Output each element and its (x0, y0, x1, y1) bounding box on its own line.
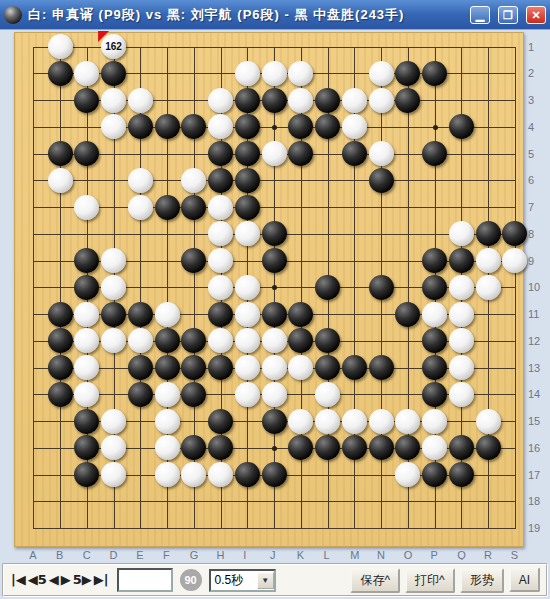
black-stone-P14 (422, 382, 447, 407)
row-label-7: 7 (528, 201, 534, 213)
window-title: 白: 申真谞 (P9段) vs 黑: 刘宇航 (P6段) - 黑 中盘胜(243… (28, 6, 462, 24)
white-stone-Q10 (449, 275, 474, 300)
black-stone-E4 (128, 114, 153, 139)
black-stone-N13 (369, 355, 394, 380)
black-stone-G13 (181, 355, 206, 380)
white-stone-C14 (74, 382, 99, 407)
replay-controls-inner: |◀◀5◀▶5▶▶| 90 0.5秒 ▼ 保存^打印^形势AI (2, 563, 548, 597)
black-stone-H15 (208, 409, 233, 434)
white-stone-H8 (208, 221, 233, 246)
white-stone-M4 (342, 114, 367, 139)
white-stone-D4 (101, 114, 126, 139)
speed-value: 0.5秒 (211, 572, 257, 589)
black-stone-H11 (208, 302, 233, 327)
black-stone-G16 (181, 435, 206, 460)
white-stone-K3 (288, 88, 313, 113)
black-stone-G14 (181, 382, 206, 407)
white-stone-I12 (235, 328, 260, 353)
black-stone-I6 (235, 168, 260, 193)
white-stone-P11 (422, 302, 447, 327)
white-stone-L14 (315, 382, 340, 407)
black-stone-H6 (208, 168, 233, 193)
black-stone-P12 (422, 328, 447, 353)
replay-controls: |◀◀5◀▶5▶▶| 90 0.5秒 ▼ 保存^打印^形势AI (0, 560, 550, 599)
white-stone-I2 (235, 61, 260, 86)
white-stone-D3 (101, 88, 126, 113)
action-button-group: 保存^打印^形势AI (345, 567, 540, 593)
white-stone-M15 (342, 409, 367, 434)
titlebar: 白: 申真谞 (P9段) vs 黑: 刘宇航 (P6段) - 黑 中盘胜(243… (0, 0, 550, 29)
black-stone-M16 (342, 435, 367, 460)
black-stone-M5 (342, 141, 367, 166)
black-stone-C9 (74, 248, 99, 273)
white-stone-Q12 (449, 328, 474, 353)
black-stone-L16 (315, 435, 340, 460)
black-stone-G12 (181, 328, 206, 353)
black-stone-D11 (101, 302, 126, 327)
black-stone-Q16 (449, 435, 474, 460)
white-stone-J2 (262, 61, 287, 86)
white-stone-K15 (288, 409, 313, 434)
white-stone-F17 (155, 462, 180, 487)
black-stone-I3 (235, 88, 260, 113)
black-stone-F12 (155, 328, 180, 353)
white-stone-K2 (288, 61, 313, 86)
white-stone-Q8 (449, 221, 474, 246)
white-stone-H10 (208, 275, 233, 300)
black-stone-D2 (101, 61, 126, 86)
white-stone-D9 (101, 248, 126, 273)
black-stone-H16 (208, 435, 233, 460)
row-label-6: 6 (528, 174, 534, 186)
speed-dropdown[interactable]: 0.5秒 ▼ (209, 569, 276, 592)
white-stone-D15 (101, 409, 126, 434)
black-stone-P13 (422, 355, 447, 380)
white-stone-J13 (262, 355, 287, 380)
white-stone-Q13 (449, 355, 474, 380)
black-stone-H13 (208, 355, 233, 380)
white-stone-H17 (208, 462, 233, 487)
white-stone-J12 (262, 328, 287, 353)
row-label-8: 8 (528, 228, 534, 240)
white-stone-N15 (369, 409, 394, 434)
black-stone-C10 (74, 275, 99, 300)
black-stone-K11 (288, 302, 313, 327)
black-stone-K4 (288, 114, 313, 139)
close-button[interactable]: ✕ (526, 6, 546, 24)
black-stone-C3 (74, 88, 99, 113)
white-stone-J5 (262, 141, 287, 166)
white-stone-E7 (128, 195, 153, 220)
black-stone-O2 (395, 61, 420, 86)
white-stone-D10 (101, 275, 126, 300)
move-count-badge: 90 (180, 569, 202, 591)
black-stone-N6 (369, 168, 394, 193)
row-label-5: 5 (528, 148, 534, 160)
white-stone-E3 (128, 88, 153, 113)
white-stone-Q14 (449, 382, 474, 407)
white-stone-C13 (74, 355, 99, 380)
black-stone-O3 (395, 88, 420, 113)
row-label-1: 1 (528, 41, 534, 53)
black-stone-C16 (74, 435, 99, 460)
black-stone-Q9 (449, 248, 474, 273)
black-stone-J8 (262, 221, 287, 246)
white-stone-I10 (235, 275, 260, 300)
move-number-input[interactable] (117, 568, 173, 592)
white-stone-R15 (476, 409, 501, 434)
white-stone-I11 (235, 302, 260, 327)
white-stone-H4 (208, 114, 233, 139)
row-label-19: 19 (528, 522, 540, 534)
black-stone-L12 (315, 328, 340, 353)
black-stone-E13 (128, 355, 153, 380)
white-stone-I8 (235, 221, 260, 246)
row-label-2: 2 (528, 67, 534, 79)
white-stone-H12 (208, 328, 233, 353)
territory-button[interactable]: 形势 (460, 568, 504, 593)
white-stone-B1 (48, 34, 73, 59)
white-stone-S9 (502, 248, 527, 273)
white-stone-E6 (128, 168, 153, 193)
black-stone-F4 (155, 114, 180, 139)
grid-line-v (515, 47, 516, 530)
black-stone-K12 (288, 328, 313, 353)
white-stone-F15 (155, 409, 180, 434)
black-stone-E14 (128, 382, 153, 407)
nav-last-button[interactable]: ▶| (93, 567, 110, 593)
save-button[interactable]: 保存^ (350, 568, 400, 593)
black-stone-G4 (181, 114, 206, 139)
black-stone-H5 (208, 141, 233, 166)
black-stone-I5 (235, 141, 260, 166)
white-stone-O15 (395, 409, 420, 434)
black-stone-J3 (262, 88, 287, 113)
black-stone-B2 (48, 61, 73, 86)
nav-button-group: |◀◀5◀▶5▶▶| (10, 567, 110, 593)
black-stone-I4 (235, 114, 260, 139)
move-number-label: 162 (101, 34, 126, 59)
black-stone-J9 (262, 248, 287, 273)
white-stone-R9 (476, 248, 501, 273)
white-stone-F11 (155, 302, 180, 327)
white-stone-L15 (315, 409, 340, 434)
white-stone-I14 (235, 382, 260, 407)
row-label-13: 13 (528, 362, 540, 374)
black-stone-B13 (48, 355, 73, 380)
star-point (272, 125, 277, 130)
black-stone-Q17 (449, 462, 474, 487)
white-stone-H7 (208, 195, 233, 220)
row-label-11: 11 (528, 308, 539, 320)
black-stone-R16 (476, 435, 501, 460)
white-stone-C11 (74, 302, 99, 327)
black-stone-B12 (48, 328, 73, 353)
black-stone-Q4 (449, 114, 474, 139)
white-stone-N5 (369, 141, 394, 166)
white-stone-N2 (369, 61, 394, 86)
black-stone-P10 (422, 275, 447, 300)
nav-forward-1-button[interactable]: ▶ (60, 567, 72, 593)
row-label-10: 10 (528, 281, 540, 293)
black-stone-P2 (422, 61, 447, 86)
black-stone-B11 (48, 302, 73, 327)
nav-back-1-button[interactable]: ◀ (48, 567, 60, 593)
white-stone-F16 (155, 435, 180, 460)
black-stone-K16 (288, 435, 313, 460)
nav-back-5-button[interactable]: ◀5 (27, 567, 48, 593)
black-stone-C17 (74, 462, 99, 487)
white-stone-N3 (369, 88, 394, 113)
row-label-3: 3 (528, 94, 534, 106)
black-stone-M13 (342, 355, 367, 380)
black-stone-J15 (262, 409, 287, 434)
black-stone-P17 (422, 462, 447, 487)
white-stone-B6 (48, 168, 73, 193)
white-stone-P16 (422, 435, 447, 460)
white-stone-P15 (422, 409, 447, 434)
black-stone-G7 (181, 195, 206, 220)
black-stone-F13 (155, 355, 180, 380)
row-label-15: 15 (528, 415, 540, 427)
white-stone-K13 (288, 355, 313, 380)
print-button[interactable]: 打印^ (405, 568, 455, 593)
white-stone-F14 (155, 382, 180, 407)
grid-line-h (33, 528, 516, 529)
white-stone-G6 (181, 168, 206, 193)
ai-button[interactable]: AI (509, 567, 540, 592)
black-stone-J11 (262, 302, 287, 327)
black-stone-P5 (422, 141, 447, 166)
white-stone-C7 (74, 195, 99, 220)
white-stone-M3 (342, 88, 367, 113)
white-stone-G17 (181, 462, 206, 487)
black-stone-N16 (369, 435, 394, 460)
white-stone-C2 (74, 61, 99, 86)
black-stone-O11 (395, 302, 420, 327)
black-stone-P9 (422, 248, 447, 273)
white-stone-O17 (395, 462, 420, 487)
black-stone-C15 (74, 409, 99, 434)
black-stone-E11 (128, 302, 153, 327)
star-point (433, 125, 438, 130)
black-stone-L10 (315, 275, 340, 300)
white-stone-D1: 162 (101, 34, 126, 59)
black-stone-I7 (235, 195, 260, 220)
dropdown-arrow-icon[interactable]: ▼ (257, 572, 274, 589)
go-board[interactable]: 162 (14, 32, 524, 547)
white-stone-H9 (208, 248, 233, 273)
black-stone-G9 (181, 248, 206, 273)
black-stone-S8 (502, 221, 527, 246)
black-stone-N10 (369, 275, 394, 300)
black-stone-J17 (262, 462, 287, 487)
row-label-16: 16 (528, 442, 540, 454)
white-stone-I13 (235, 355, 260, 380)
black-stone-R8 (476, 221, 501, 246)
black-stone-F7 (155, 195, 180, 220)
black-stone-B5 (48, 141, 73, 166)
nav-forward-5-button[interactable]: 5▶ (72, 567, 93, 593)
grid-line-h (33, 501, 516, 502)
black-stone-L3 (315, 88, 340, 113)
black-stone-B14 (48, 382, 73, 407)
white-stone-D17 (101, 462, 126, 487)
black-stone-C5 (74, 141, 99, 166)
black-stone-K5 (288, 141, 313, 166)
black-stone-L4 (315, 114, 340, 139)
row-label-4: 4 (528, 121, 534, 133)
black-stone-I17 (235, 462, 260, 487)
white-stone-D16 (101, 435, 126, 460)
white-stone-E12 (128, 328, 153, 353)
app-globe-icon (4, 6, 22, 24)
white-stone-H3 (208, 88, 233, 113)
white-stone-J14 (262, 382, 287, 407)
nav-first-button[interactable]: |◀ (10, 567, 27, 593)
row-label-12: 12 (528, 335, 540, 347)
row-label-9: 9 (528, 255, 534, 267)
white-stone-D12 (101, 328, 126, 353)
star-point (272, 285, 277, 290)
minimize-button[interactable]: ▁ (470, 6, 490, 24)
black-stone-O16 (395, 435, 420, 460)
board-panel: 162 ABCDEFGHIJKLMNOPQRS 1234567891011121… (0, 29, 550, 560)
star-point (272, 446, 277, 451)
row-label-14: 14 (528, 388, 540, 400)
black-stone-L13 (315, 355, 340, 380)
row-label-18: 18 (528, 495, 540, 507)
white-stone-Q11 (449, 302, 474, 327)
row-label-17: 17 (528, 469, 540, 481)
white-stone-C12 (74, 328, 99, 353)
white-stone-R10 (476, 275, 501, 300)
maximize-button[interactable]: ❐ (498, 6, 518, 24)
